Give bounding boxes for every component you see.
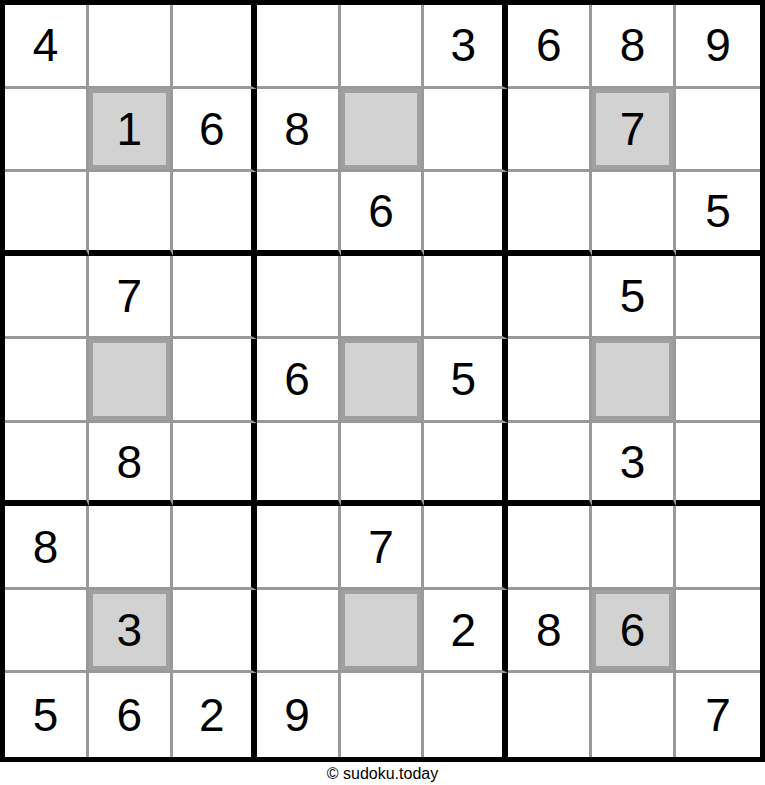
cell-r1c9[interactable]: 9: [676, 5, 760, 89]
cell-r8c1[interactable]: [5, 590, 89, 674]
cell-r7c5[interactable]: 7: [341, 506, 425, 590]
cell-r9c1[interactable]: 5: [5, 673, 89, 757]
footer-credit: © sudoku.today: [0, 762, 765, 785]
cell-r3c5[interactable]: 6: [341, 172, 425, 256]
cell-r8c8-highlighted[interactable]: 6: [592, 590, 676, 674]
cell-r7c3[interactable]: [173, 506, 257, 590]
cell-r7c2[interactable]: [89, 506, 173, 590]
cell-r3c9[interactable]: 5: [676, 172, 760, 256]
cell-r6c7[interactable]: [508, 423, 592, 507]
cell-r5c9[interactable]: [676, 339, 760, 423]
cell-r3c8[interactable]: [592, 172, 676, 256]
cell-r6c3[interactable]: [173, 423, 257, 507]
cell-r6c9[interactable]: [676, 423, 760, 507]
page: 4368916876575658387328656297 © sudoku.to…: [0, 0, 765, 785]
cell-r9c3[interactable]: 2: [173, 673, 257, 757]
cell-r4c7[interactable]: [508, 256, 592, 340]
cell-r5c5-highlighted[interactable]: [341, 339, 425, 423]
cell-r4c9[interactable]: [676, 256, 760, 340]
cell-r2c2-highlighted[interactable]: 1: [89, 89, 173, 173]
cell-r6c4[interactable]: [257, 423, 341, 507]
cell-r2c8-highlighted[interactable]: 7: [592, 89, 676, 173]
cell-r2c3[interactable]: 6: [173, 89, 257, 173]
cell-r4c3[interactable]: [173, 256, 257, 340]
cell-r5c8-highlighted[interactable]: [592, 339, 676, 423]
cell-r3c4[interactable]: [257, 172, 341, 256]
cell-r6c2[interactable]: 8: [89, 423, 173, 507]
cell-r8c2-highlighted[interactable]: 3: [89, 590, 173, 674]
cell-r5c1[interactable]: [5, 339, 89, 423]
cell-r2c6[interactable]: [424, 89, 508, 173]
cell-r3c1[interactable]: [5, 172, 89, 256]
cell-r5c4[interactable]: 6: [257, 339, 341, 423]
cell-r4c2[interactable]: 7: [89, 256, 173, 340]
cell-r9c8[interactable]: [592, 673, 676, 757]
cell-r9c4[interactable]: 9: [257, 673, 341, 757]
cell-r9c2[interactable]: 6: [89, 673, 173, 757]
sudoku-board: 4368916876575658387328656297: [0, 0, 765, 762]
cell-r5c7[interactable]: [508, 339, 592, 423]
cell-r4c5[interactable]: [341, 256, 425, 340]
cell-r9c7[interactable]: [508, 673, 592, 757]
cell-r5c2-highlighted[interactable]: [89, 339, 173, 423]
cell-r1c3[interactable]: [173, 5, 257, 89]
cell-r1c2[interactable]: [89, 5, 173, 89]
cell-r6c6[interactable]: [424, 423, 508, 507]
cell-r3c7[interactable]: [508, 172, 592, 256]
cell-r4c8[interactable]: 5: [592, 256, 676, 340]
cell-r6c8[interactable]: 3: [592, 423, 676, 507]
cell-r7c8[interactable]: [592, 506, 676, 590]
cell-r5c3[interactable]: [173, 339, 257, 423]
cell-r2c7[interactable]: [508, 89, 592, 173]
cell-r2c4[interactable]: 8: [257, 89, 341, 173]
cell-r3c3[interactable]: [173, 172, 257, 256]
cell-r2c9[interactable]: [676, 89, 760, 173]
cell-r8c9[interactable]: [676, 590, 760, 674]
cell-r8c3[interactable]: [173, 590, 257, 674]
cell-r1c4[interactable]: [257, 5, 341, 89]
cell-r3c2[interactable]: [89, 172, 173, 256]
cell-r4c1[interactable]: [5, 256, 89, 340]
cell-r1c1[interactable]: 4: [5, 5, 89, 89]
cell-r8c5-highlighted[interactable]: [341, 590, 425, 674]
cell-r1c8[interactable]: 8: [592, 5, 676, 89]
cell-r9c6[interactable]: [424, 673, 508, 757]
cell-r8c4[interactable]: [257, 590, 341, 674]
cell-r2c1[interactable]: [5, 89, 89, 173]
cell-r1c5[interactable]: [341, 5, 425, 89]
cell-r6c1[interactable]: [5, 423, 89, 507]
cell-r7c9[interactable]: [676, 506, 760, 590]
cell-r4c6[interactable]: [424, 256, 508, 340]
cell-r4c4[interactable]: [257, 256, 341, 340]
cell-r7c7[interactable]: [508, 506, 592, 590]
cell-r8c6[interactable]: 2: [424, 590, 508, 674]
cell-r5c6[interactable]: 5: [424, 339, 508, 423]
cell-r9c5[interactable]: [341, 673, 425, 757]
cell-r2c5-highlighted[interactable]: [341, 89, 425, 173]
cell-r7c1[interactable]: 8: [5, 506, 89, 590]
cell-r3c6[interactable]: [424, 172, 508, 256]
cell-r1c6[interactable]: 3: [424, 5, 508, 89]
cell-r9c9[interactable]: 7: [676, 673, 760, 757]
cell-r6c5[interactable]: [341, 423, 425, 507]
cell-r8c7[interactable]: 8: [508, 590, 592, 674]
cell-r1c7[interactable]: 6: [508, 5, 592, 89]
cell-r7c4[interactable]: [257, 506, 341, 590]
cell-r7c6[interactable]: [424, 506, 508, 590]
